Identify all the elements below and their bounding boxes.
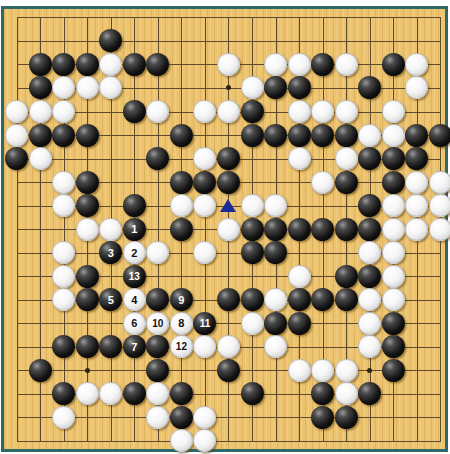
white-stone-move-8[interactable]: 8 [170,312,193,335]
black-stone[interactable] [264,241,287,264]
white-stone[interactable] [429,218,450,241]
black-stone[interactable] [76,194,99,217]
black-stone[interactable] [123,194,146,217]
go-board[interactable]: 13213549610811712 [4,9,445,449]
white-stone[interactable] [335,147,358,170]
black-stone[interactable] [29,359,52,382]
black-stone[interactable] [358,194,381,217]
black-stone[interactable] [311,124,334,147]
white-stone[interactable] [241,312,264,335]
white-stone[interactable] [170,429,193,452]
black-stone[interactable] [52,53,75,76]
white-stone[interactable] [52,171,75,194]
white-stone[interactable] [288,53,311,76]
black-stone[interactable] [146,359,169,382]
black-stone[interactable] [264,124,287,147]
white-stone[interactable] [99,53,122,76]
white-stone[interactable] [264,53,287,76]
black-stone[interactable] [123,382,146,405]
black-stone[interactable] [335,218,358,241]
white-stone-move-12[interactable]: 12 [170,335,193,358]
white-stone[interactable] [429,171,450,194]
grid-line-horizontal [17,441,442,442]
black-stone[interactable] [170,218,193,241]
black-stone[interactable] [52,335,75,358]
black-stone[interactable] [217,359,240,382]
black-stone[interactable] [241,288,264,311]
black-stone[interactable] [335,288,358,311]
black-stone[interactable] [146,147,169,170]
white-stone[interactable] [5,124,28,147]
black-stone-move-13[interactable]: 13 [123,265,146,288]
white-stone[interactable] [429,194,450,217]
black-stone-move-7[interactable]: 7 [123,335,146,358]
white-stone[interactable] [405,171,428,194]
white-stone[interactable] [382,288,405,311]
black-stone[interactable] [76,53,99,76]
white-stone[interactable] [170,194,193,217]
white-stone-move-6[interactable]: 6 [123,312,146,335]
white-stone[interactable] [311,359,334,382]
black-stone[interactable] [146,335,169,358]
black-stone[interactable] [29,53,52,76]
black-stone[interactable] [241,218,264,241]
black-stone[interactable] [335,171,358,194]
white-stone[interactable] [52,76,75,99]
black-stone[interactable] [311,218,334,241]
black-stone[interactable] [311,53,334,76]
black-stone[interactable] [123,53,146,76]
white-stone[interactable] [193,406,216,429]
white-stone[interactable] [382,241,405,264]
black-stone[interactable] [429,124,450,147]
black-stone[interactable] [358,76,381,99]
black-stone[interactable] [99,29,122,52]
black-stone[interactable] [405,147,428,170]
black-stone[interactable] [311,382,334,405]
white-stone[interactable] [405,194,428,217]
black-stone[interactable] [382,359,405,382]
black-stone[interactable] [382,312,405,335]
white-stone[interactable] [311,100,334,123]
black-stone[interactable] [335,265,358,288]
white-stone[interactable] [146,241,169,264]
black-stone-move-11[interactable]: 11 [193,312,216,335]
white-stone[interactable] [99,218,122,241]
black-stone-move-1[interactable]: 1 [123,218,146,241]
triangle-marker [220,199,236,212]
white-stone[interactable] [241,194,264,217]
black-stone[interactable] [358,218,381,241]
white-stone[interactable] [76,218,99,241]
black-stone-move-5[interactable]: 5 [99,288,122,311]
white-stone[interactable] [335,359,358,382]
black-stone[interactable] [382,335,405,358]
black-stone[interactable] [288,218,311,241]
black-stone[interactable] [288,312,311,335]
white-stone[interactable] [193,241,216,264]
white-stone[interactable] [52,100,75,123]
white-stone-move-4[interactable]: 4 [123,288,146,311]
white-stone[interactable] [264,335,287,358]
white-stone[interactable] [193,194,216,217]
white-stone[interactable] [52,406,75,429]
black-stone[interactable] [170,124,193,147]
white-stone[interactable] [99,76,122,99]
white-stone[interactable] [52,265,75,288]
black-stone[interactable] [358,265,381,288]
white-stone[interactable] [382,100,405,123]
black-stone[interactable] [76,265,99,288]
black-stone[interactable] [264,312,287,335]
black-stone[interactable] [217,147,240,170]
black-stone[interactable] [358,147,381,170]
black-stone-move-3[interactable]: 3 [99,241,122,264]
white-stone[interactable] [29,100,52,123]
black-stone[interactable] [335,124,358,147]
black-stone[interactable] [123,100,146,123]
white-stone[interactable] [217,218,240,241]
black-stone[interactable] [146,288,169,311]
black-stone[interactable] [170,406,193,429]
white-stone[interactable] [52,194,75,217]
white-stone-move-2[interactable]: 2 [123,241,146,264]
white-stone[interactable] [405,76,428,99]
black-stone[interactable] [99,335,122,358]
white-stone[interactable] [335,53,358,76]
black-stone[interactable] [241,382,264,405]
white-stone[interactable] [311,171,334,194]
white-stone[interactable] [335,100,358,123]
white-stone[interactable] [264,288,287,311]
black-stone[interactable] [52,382,75,405]
black-stone[interactable] [76,124,99,147]
black-stone[interactable] [170,382,193,405]
black-stone[interactable] [335,406,358,429]
white-stone[interactable] [193,100,216,123]
white-stone[interactable] [99,382,122,405]
black-stone-move-9[interactable]: 9 [170,288,193,311]
white-stone[interactable] [146,406,169,429]
black-stone[interactable] [382,171,405,194]
white-stone[interactable] [241,76,264,99]
black-stone[interactable] [76,288,99,311]
white-stone[interactable] [29,147,52,170]
white-stone[interactable] [146,382,169,405]
black-stone[interactable] [311,288,334,311]
white-stone[interactable] [288,359,311,382]
black-stone[interactable] [264,218,287,241]
white-stone[interactable] [193,429,216,452]
white-stone[interactable] [405,53,428,76]
white-stone[interactable] [288,265,311,288]
white-stone[interactable] [382,265,405,288]
black-stone[interactable] [5,147,28,170]
white-stone[interactable] [193,147,216,170]
black-stone[interactable] [217,288,240,311]
black-stone[interactable] [405,124,428,147]
black-stone[interactable] [76,335,99,358]
white-stone[interactable] [405,218,428,241]
grid-line-horizontal [17,417,442,418]
white-stone[interactable] [264,194,287,217]
white-stone[interactable] [76,76,99,99]
white-stone[interactable] [358,124,381,147]
black-stone[interactable] [241,100,264,123]
black-stone[interactable] [382,53,405,76]
white-stone[interactable] [146,100,169,123]
white-stone[interactable] [52,288,75,311]
white-stone[interactable] [382,124,405,147]
black-stone[interactable] [217,171,240,194]
white-stone[interactable] [217,335,240,358]
white-stone[interactable] [76,382,99,405]
star-point [226,85,231,90]
white-stone[interactable] [382,218,405,241]
white-stone[interactable] [288,147,311,170]
white-stone[interactable] [382,194,405,217]
white-stone[interactable] [358,288,381,311]
white-stone[interactable] [217,53,240,76]
white-stone[interactable] [358,312,381,335]
star-point [85,368,90,373]
white-stone[interactable] [358,335,381,358]
black-stone[interactable] [264,76,287,99]
black-stone[interactable] [170,171,193,194]
white-stone[interactable] [217,100,240,123]
black-stone[interactable] [76,171,99,194]
black-stone[interactable] [241,241,264,264]
black-stone[interactable] [146,53,169,76]
black-stone[interactable] [193,171,216,194]
black-stone[interactable] [29,76,52,99]
white-stone[interactable] [52,241,75,264]
star-point [367,368,372,373]
black-stone[interactable] [288,76,311,99]
white-stone[interactable] [193,335,216,358]
black-stone[interactable] [288,288,311,311]
go-game-screenshot: { "game": "go", "board": { "size": 19, "… [0,0,450,454]
white-stone-move-10[interactable]: 10 [146,312,169,335]
black-stone[interactable] [288,124,311,147]
white-stone[interactable] [335,382,358,405]
white-stone[interactable] [5,100,28,123]
black-stone[interactable] [52,124,75,147]
white-stone[interactable] [358,241,381,264]
black-stone[interactable] [358,382,381,405]
black-stone[interactable] [241,124,264,147]
white-stone[interactable] [288,100,311,123]
black-stone[interactable] [382,147,405,170]
black-stone[interactable] [311,406,334,429]
black-stone[interactable] [29,124,52,147]
